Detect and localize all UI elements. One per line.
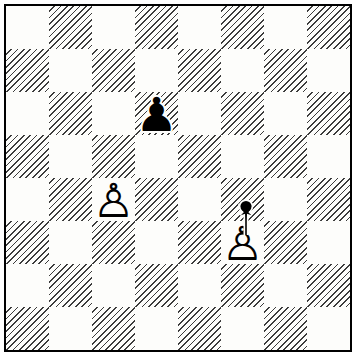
square-d7[interactable] xyxy=(135,49,178,92)
square-h8[interactable] xyxy=(307,6,350,49)
square-h7[interactable] xyxy=(307,49,350,92)
square-h6[interactable] xyxy=(307,92,350,135)
square-b8[interactable] xyxy=(49,6,92,49)
square-b7[interactable] xyxy=(49,49,92,92)
square-a3[interactable] xyxy=(6,221,49,264)
square-d2[interactable] xyxy=(135,264,178,307)
square-g1[interactable] xyxy=(264,307,307,350)
square-c7[interactable] xyxy=(92,49,135,92)
square-h1[interactable] xyxy=(307,307,350,350)
square-d3[interactable] xyxy=(135,221,178,264)
square-a7[interactable] xyxy=(6,49,49,92)
square-e8[interactable] xyxy=(178,6,221,49)
square-f4[interactable] xyxy=(221,178,264,221)
white-pawn-f3[interactable]: ♙ xyxy=(221,220,263,267)
square-c5[interactable] xyxy=(92,135,135,178)
square-e2[interactable] xyxy=(178,264,221,307)
square-g5[interactable] xyxy=(264,135,307,178)
square-c1[interactable] xyxy=(92,307,135,350)
square-f1[interactable] xyxy=(221,307,264,350)
square-a1[interactable] xyxy=(6,307,49,350)
square-f5[interactable] xyxy=(221,135,264,178)
square-b5[interactable] xyxy=(49,135,92,178)
square-a4[interactable] xyxy=(6,178,49,221)
square-f6[interactable] xyxy=(221,92,264,135)
square-a2[interactable] xyxy=(6,264,49,307)
square-f8[interactable] xyxy=(221,6,264,49)
square-h4[interactable] xyxy=(307,178,350,221)
square-e3[interactable] xyxy=(178,221,221,264)
square-d8[interactable] xyxy=(135,6,178,49)
square-a6[interactable] xyxy=(6,92,49,135)
black-pawn-d6[interactable]: ♟ xyxy=(135,91,177,138)
square-e6[interactable] xyxy=(178,92,221,135)
square-b2[interactable] xyxy=(49,264,92,307)
square-b3[interactable] xyxy=(49,221,92,264)
square-g3[interactable] xyxy=(264,221,307,264)
square-g4[interactable] xyxy=(264,178,307,221)
square-h5[interactable] xyxy=(307,135,350,178)
square-a8[interactable] xyxy=(6,6,49,49)
square-c8[interactable] xyxy=(92,6,135,49)
square-c6[interactable] xyxy=(92,92,135,135)
square-e4[interactable] xyxy=(178,178,221,221)
square-b1[interactable] xyxy=(49,307,92,350)
square-e7[interactable] xyxy=(178,49,221,92)
chess-board: ♟♙♙ xyxy=(4,4,352,352)
square-c4[interactable]: ♙ xyxy=(92,178,135,221)
square-e1[interactable] xyxy=(178,307,221,350)
square-f7[interactable] xyxy=(221,49,264,92)
square-d6[interactable]: ♟ xyxy=(135,92,178,135)
square-b6[interactable] xyxy=(49,92,92,135)
square-c2[interactable] xyxy=(92,264,135,307)
square-g8[interactable] xyxy=(264,6,307,49)
square-d4[interactable] xyxy=(135,178,178,221)
square-a5[interactable] xyxy=(6,135,49,178)
square-g6[interactable] xyxy=(264,92,307,135)
white-pawn-c4[interactable]: ♙ xyxy=(92,177,134,224)
square-d1[interactable] xyxy=(135,307,178,350)
square-e5[interactable] xyxy=(178,135,221,178)
square-h2[interactable] xyxy=(307,264,350,307)
square-f3[interactable]: ♙ xyxy=(221,221,264,264)
diagram-page: ♟♙♙ xyxy=(0,0,356,359)
square-h3[interactable] xyxy=(307,221,350,264)
square-b4[interactable] xyxy=(49,178,92,221)
square-g7[interactable] xyxy=(264,49,307,92)
square-g2[interactable] xyxy=(264,264,307,307)
